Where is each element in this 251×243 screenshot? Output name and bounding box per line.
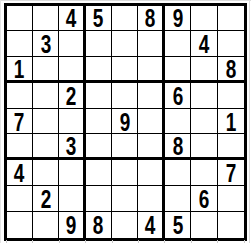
cell-r5c3[interactable] <box>59 109 85 135</box>
cell-r3c2[interactable] <box>33 57 59 83</box>
given-digit: 6 <box>199 186 210 211</box>
cell-r3c7[interactable] <box>165 57 191 83</box>
cell-r6c8[interactable] <box>191 134 217 160</box>
cell-r6c6[interactable] <box>138 134 164 160</box>
cell-r4c5[interactable] <box>112 83 138 109</box>
given-digit: 5 <box>172 213 183 238</box>
cell-r5c7[interactable] <box>165 109 191 135</box>
cell-r9c1[interactable] <box>7 212 33 238</box>
cell-r1c3[interactable]: 4 <box>59 6 85 32</box>
cell-r3c3[interactable] <box>59 57 85 83</box>
cell-r1c7[interactable]: 9 <box>165 6 191 32</box>
given-digit: 4 <box>145 213 156 238</box>
cell-r5c9[interactable]: 1 <box>218 109 244 135</box>
given-digit: 4 <box>14 161 25 186</box>
given-digit: 1 <box>226 109 237 134</box>
given-digit: 3 <box>40 32 51 57</box>
given-digit: 8 <box>226 57 237 82</box>
cell-r8c9[interactable] <box>218 186 244 212</box>
cell-r1c8[interactable] <box>191 6 217 32</box>
cell-r9c3[interactable]: 9 <box>59 212 85 238</box>
cell-r8c1[interactable] <box>7 186 33 212</box>
cell-r7c5[interactable] <box>112 160 138 186</box>
cell-r5c2[interactable] <box>33 109 59 135</box>
cell-r9c4[interactable]: 8 <box>86 212 112 238</box>
cell-r1c9[interactable] <box>218 6 244 32</box>
cell-r4c8[interactable] <box>191 83 217 109</box>
cell-r2c1[interactable] <box>7 31 33 57</box>
cell-r5c8[interactable] <box>191 109 217 135</box>
cell-r1c2[interactable] <box>33 6 59 32</box>
cell-r6c7[interactable]: 8 <box>165 134 191 160</box>
cell-r7c8[interactable] <box>191 160 217 186</box>
given-digit: 9 <box>66 213 77 238</box>
cell-r7c3[interactable] <box>59 160 85 186</box>
cell-r6c4[interactable] <box>86 134 112 160</box>
cell-r9c6[interactable]: 4 <box>138 212 164 238</box>
cell-r2c5[interactable] <box>112 31 138 57</box>
cell-r8c5[interactable] <box>112 186 138 212</box>
cell-r9c2[interactable] <box>33 212 59 238</box>
cell-r1c1[interactable] <box>7 6 33 32</box>
cell-r8c8[interactable]: 6 <box>191 186 217 212</box>
cell-r7c2[interactable] <box>33 160 59 186</box>
cell-r8c2[interactable]: 2 <box>33 186 59 212</box>
cell-r2c6[interactable] <box>138 31 164 57</box>
cell-r9c7[interactable]: 5 <box>165 212 191 238</box>
cell-r9c8[interactable] <box>191 212 217 238</box>
cell-r8c6[interactable] <box>138 186 164 212</box>
cell-r9c9[interactable] <box>218 212 244 238</box>
cell-r3c5[interactable] <box>112 57 138 83</box>
cell-r4c2[interactable] <box>33 83 59 109</box>
cell-r5c6[interactable] <box>138 109 164 135</box>
cell-r2c3[interactable] <box>59 31 85 57</box>
cell-r7c9[interactable]: 7 <box>218 160 244 186</box>
cell-r6c2[interactable] <box>33 134 59 160</box>
cell-r7c7[interactable] <box>165 160 191 186</box>
cell-r4c3[interactable]: 2 <box>59 83 85 109</box>
cell-r8c3[interactable] <box>59 186 85 212</box>
cell-r5c1[interactable]: 7 <box>7 109 33 135</box>
faint-gridline-top <box>0 0 251 1</box>
cell-r6c9[interactable] <box>218 134 244 160</box>
sudoku-board: 45893418267913847269845 <box>4 3 248 241</box>
cell-r7c4[interactable] <box>86 160 112 186</box>
cell-r8c4[interactable] <box>86 186 112 212</box>
cell-r1c4[interactable]: 5 <box>86 6 112 32</box>
cell-r4c9[interactable] <box>218 83 244 109</box>
given-digit: 8 <box>145 6 156 31</box>
given-digit: 8 <box>172 134 183 159</box>
given-digit: 2 <box>40 186 51 211</box>
sudoku-screenshot: 45893418267913847269845 <box>0 0 251 243</box>
given-digit: 4 <box>199 32 210 57</box>
cell-r5c4[interactable] <box>86 109 112 135</box>
given-digit: 3 <box>66 134 77 159</box>
faint-gridline-right <box>249 0 250 243</box>
given-digit: 1 <box>14 57 25 82</box>
cell-r4c4[interactable] <box>86 83 112 109</box>
cell-r8c7[interactable] <box>165 186 191 212</box>
cell-r2c9[interactable] <box>218 31 244 57</box>
cell-r1c6[interactable]: 8 <box>138 6 164 32</box>
cell-r9c5[interactable] <box>112 212 138 238</box>
cell-r3c6[interactable] <box>138 57 164 83</box>
cell-r4c1[interactable] <box>7 83 33 109</box>
cell-r3c8[interactable] <box>191 57 217 83</box>
cell-r6c3[interactable]: 3 <box>59 134 85 160</box>
given-digit: 4 <box>66 6 77 31</box>
cell-r3c4[interactable] <box>86 57 112 83</box>
cell-r7c6[interactable] <box>138 160 164 186</box>
cell-r4c6[interactable] <box>138 83 164 109</box>
given-digit: 8 <box>93 213 104 238</box>
cell-r2c7[interactable] <box>165 31 191 57</box>
cell-r7c1[interactable]: 4 <box>7 160 33 186</box>
given-digit: 7 <box>226 161 237 186</box>
cell-r2c2[interactable]: 3 <box>33 31 59 57</box>
cell-r4c7[interactable]: 6 <box>165 83 191 109</box>
given-digit: 9 <box>172 6 183 31</box>
cell-r6c5[interactable] <box>112 134 138 160</box>
cell-r1c5[interactable] <box>112 6 138 32</box>
cell-r3c1[interactable]: 1 <box>7 57 33 83</box>
given-digit: 9 <box>119 109 130 134</box>
faint-gridline-left <box>0 0 1 243</box>
given-digit: 2 <box>66 83 77 108</box>
cell-r2c8[interactable]: 4 <box>191 31 217 57</box>
cell-r5c5[interactable]: 9 <box>112 109 138 135</box>
given-digit: 5 <box>93 6 104 31</box>
given-digit: 7 <box>14 109 25 134</box>
cell-r6c1[interactable] <box>7 134 33 160</box>
given-digit: 6 <box>172 83 183 108</box>
cell-r3c9[interactable]: 8 <box>218 57 244 83</box>
cell-r2c4[interactable] <box>86 31 112 57</box>
